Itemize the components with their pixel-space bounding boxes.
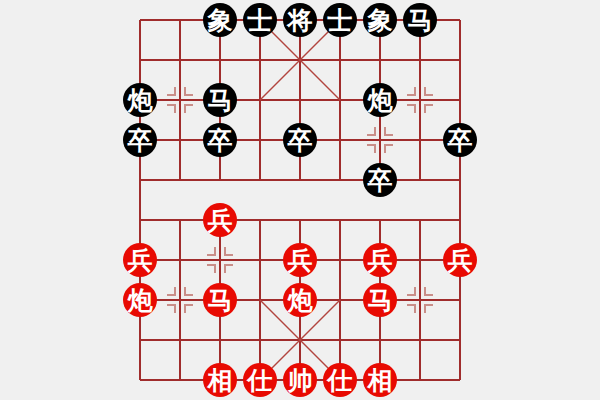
point-3-8[interactable] bbox=[240, 320, 280, 360]
point-0-0[interactable] bbox=[120, 0, 160, 40]
piece-black-elephant[interactable]: 象 bbox=[363, 3, 397, 37]
piece-black-soldier[interactable]: 卒 bbox=[283, 123, 317, 157]
point-5-4[interactable] bbox=[320, 160, 360, 200]
piece-black-soldier[interactable]: 卒 bbox=[443, 123, 477, 157]
point-1-6[interactable] bbox=[160, 240, 200, 280]
point-1-1[interactable] bbox=[160, 40, 200, 80]
piece-red-advisor[interactable]: 仕 bbox=[243, 363, 277, 397]
piece-black-cannon[interactable]: 炮 bbox=[123, 83, 157, 117]
point-7-0[interactable]: 马 bbox=[400, 0, 440, 40]
point-marker bbox=[407, 287, 433, 313]
point-5-0[interactable]: 士 bbox=[320, 0, 360, 40]
point-4-3[interactable]: 卒 bbox=[280, 120, 320, 160]
point-4-0[interactable]: 将 bbox=[280, 0, 320, 40]
point-marker bbox=[367, 127, 393, 153]
point-7-7[interactable] bbox=[400, 280, 440, 320]
point-2-3[interactable]: 卒 bbox=[200, 120, 240, 160]
point-8-2[interactable] bbox=[440, 80, 480, 120]
point-1-8[interactable] bbox=[160, 320, 200, 360]
piece-red-horse[interactable]: 马 bbox=[203, 283, 237, 317]
point-5-3[interactable] bbox=[320, 120, 360, 160]
point-3-2[interactable] bbox=[240, 80, 280, 120]
point-5-5[interactable] bbox=[320, 200, 360, 240]
point-7-5[interactable] bbox=[400, 200, 440, 240]
point-7-1[interactable] bbox=[400, 40, 440, 80]
point-3-4[interactable] bbox=[240, 160, 280, 200]
point-2-7[interactable]: 马 bbox=[200, 280, 240, 320]
point-1-3[interactable] bbox=[160, 120, 200, 160]
point-6-3[interactable] bbox=[360, 120, 400, 160]
point-3-6[interactable] bbox=[240, 240, 280, 280]
point-3-5[interactable] bbox=[240, 200, 280, 240]
point-8-3[interactable]: 卒 bbox=[440, 120, 480, 160]
piece-black-general[interactable]: 将 bbox=[283, 3, 317, 37]
point-0-5[interactable] bbox=[120, 200, 160, 240]
point-2-6[interactable] bbox=[200, 240, 240, 280]
point-4-2[interactable] bbox=[280, 80, 320, 120]
point-marker bbox=[407, 87, 433, 113]
point-1-5[interactable] bbox=[160, 200, 200, 240]
point-7-2[interactable] bbox=[400, 80, 440, 120]
piece-red-cannon[interactable]: 炮 bbox=[123, 283, 157, 317]
point-8-7[interactable] bbox=[440, 280, 480, 320]
point-6-0[interactable]: 象 bbox=[360, 0, 400, 40]
piece-red-soldier[interactable]: 兵 bbox=[363, 243, 397, 277]
point-0-3[interactable]: 卒 bbox=[120, 120, 160, 160]
piece-black-elephant[interactable]: 象 bbox=[203, 3, 237, 37]
point-5-8[interactable] bbox=[320, 320, 360, 360]
point-0-9[interactable] bbox=[120, 360, 160, 400]
point-5-1[interactable] bbox=[320, 40, 360, 80]
point-marker bbox=[167, 87, 193, 113]
point-6-2[interactable]: 炮 bbox=[360, 80, 400, 120]
point-8-1[interactable] bbox=[440, 40, 480, 80]
point-0-4[interactable] bbox=[120, 160, 160, 200]
piece-black-advisor[interactable]: 士 bbox=[243, 3, 277, 37]
point-6-1[interactable] bbox=[360, 40, 400, 80]
point-2-0[interactable]: 象 bbox=[200, 0, 240, 40]
point-4-1[interactable] bbox=[280, 40, 320, 80]
point-5-7[interactable] bbox=[320, 280, 360, 320]
point-4-7[interactable]: 炮 bbox=[280, 280, 320, 320]
point-1-4[interactable] bbox=[160, 160, 200, 200]
point-7-4[interactable] bbox=[400, 160, 440, 200]
piece-red-soldier[interactable]: 兵 bbox=[283, 243, 317, 277]
piece-red-soldier[interactable]: 兵 bbox=[123, 243, 157, 277]
point-0-7[interactable]: 炮 bbox=[120, 280, 160, 320]
point-marker bbox=[207, 247, 233, 273]
piece-red-soldier[interactable]: 兵 bbox=[203, 203, 237, 237]
point-marker bbox=[167, 287, 193, 313]
piece-red-soldier[interactable]: 兵 bbox=[443, 243, 477, 277]
piece-black-soldier[interactable]: 卒 bbox=[123, 123, 157, 157]
piece-red-elephant[interactable]: 相 bbox=[363, 363, 397, 397]
point-8-5[interactable] bbox=[440, 200, 480, 240]
piece-red-general[interactable]: 帅 bbox=[283, 363, 317, 397]
point-4-9[interactable]: 帅 bbox=[280, 360, 320, 400]
point-2-2[interactable]: 马 bbox=[200, 80, 240, 120]
piece-red-elephant[interactable]: 相 bbox=[203, 363, 237, 397]
point-6-9[interactable]: 相 bbox=[360, 360, 400, 400]
point-4-8[interactable] bbox=[280, 320, 320, 360]
point-1-2[interactable] bbox=[160, 80, 200, 120]
point-8-6[interactable]: 兵 bbox=[440, 240, 480, 280]
point-6-6[interactable]: 兵 bbox=[360, 240, 400, 280]
point-2-9[interactable]: 相 bbox=[200, 360, 240, 400]
point-7-6[interactable] bbox=[400, 240, 440, 280]
point-0-6[interactable]: 兵 bbox=[120, 240, 160, 280]
point-8-8[interactable] bbox=[440, 320, 480, 360]
point-5-9[interactable]: 仕 bbox=[320, 360, 360, 400]
point-1-9[interactable] bbox=[160, 360, 200, 400]
piece-black-horse[interactable]: 马 bbox=[403, 3, 437, 37]
point-0-1[interactable] bbox=[120, 40, 160, 80]
point-3-9[interactable]: 仕 bbox=[240, 360, 280, 400]
point-2-1[interactable] bbox=[200, 40, 240, 80]
point-3-3[interactable] bbox=[240, 120, 280, 160]
piece-black-soldier[interactable]: 卒 bbox=[203, 123, 237, 157]
xiangqi-board: 象士将士象马炮马炮卒卒卒卒卒兵兵兵兵兵炮马炮马相仕帅仕相 bbox=[0, 0, 600, 400]
point-7-8[interactable] bbox=[400, 320, 440, 360]
piece-black-soldier[interactable]: 卒 bbox=[363, 163, 397, 197]
point-2-5[interactable]: 兵 bbox=[200, 200, 240, 240]
point-4-6[interactable]: 兵 bbox=[280, 240, 320, 280]
point-0-2[interactable]: 炮 bbox=[120, 80, 160, 120]
piece-red-cannon[interactable]: 炮 bbox=[283, 283, 317, 317]
point-5-2[interactable] bbox=[320, 80, 360, 120]
point-2-4[interactable] bbox=[200, 160, 240, 200]
point-7-3[interactable] bbox=[400, 120, 440, 160]
point-8-9[interactable] bbox=[440, 360, 480, 400]
point-6-4[interactable]: 卒 bbox=[360, 160, 400, 200]
point-7-9[interactable] bbox=[400, 360, 440, 400]
point-6-8[interactable] bbox=[360, 320, 400, 360]
point-4-5[interactable] bbox=[280, 200, 320, 240]
point-0-8[interactable] bbox=[120, 320, 160, 360]
point-6-7[interactable]: 马 bbox=[360, 280, 400, 320]
piece-red-advisor[interactable]: 仕 bbox=[323, 363, 357, 397]
point-8-4[interactable] bbox=[440, 160, 480, 200]
point-5-6[interactable] bbox=[320, 240, 360, 280]
piece-black-horse[interactable]: 马 bbox=[203, 83, 237, 117]
piece-red-horse[interactable]: 马 bbox=[363, 283, 397, 317]
point-3-0[interactable]: 士 bbox=[240, 0, 280, 40]
point-6-5[interactable] bbox=[360, 200, 400, 240]
point-1-7[interactable] bbox=[160, 280, 200, 320]
board-grid: 象士将士象马炮马炮卒卒卒卒卒兵兵兵兵兵炮马炮马相仕帅仕相 bbox=[120, 0, 480, 400]
piece-black-advisor[interactable]: 士 bbox=[323, 3, 357, 37]
point-4-4[interactable] bbox=[280, 160, 320, 200]
point-8-0[interactable] bbox=[440, 0, 480, 40]
point-3-7[interactable] bbox=[240, 280, 280, 320]
point-2-8[interactable] bbox=[200, 320, 240, 360]
point-1-0[interactable] bbox=[160, 0, 200, 40]
point-3-1[interactable] bbox=[240, 40, 280, 80]
piece-black-cannon[interactable]: 炮 bbox=[363, 83, 397, 117]
